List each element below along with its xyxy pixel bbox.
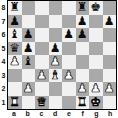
- square-c7[interactable]: [35, 15, 49, 29]
- square-e1[interactable]: [62, 96, 76, 110]
- square-a2[interactable]: [8, 82, 22, 96]
- black-pawn-d5: ♟: [50, 42, 61, 55]
- black-pawn-h7: ♟: [104, 15, 115, 28]
- white-pawn-a4: ♟: [9, 55, 20, 68]
- square-e6[interactable]: ♟: [62, 28, 76, 42]
- square-d8[interactable]: [49, 1, 63, 15]
- square-b4[interactable]: ♝: [22, 55, 36, 69]
- square-h3[interactable]: [103, 69, 117, 83]
- square-g7[interactable]: [89, 15, 103, 29]
- square-g3[interactable]: [89, 69, 103, 83]
- square-e7[interactable]: [62, 15, 76, 29]
- chess-diagram: 87654321 ♜♜♚♟♟♟♝♟♟♟♛♟♟♟♝♟♟♝♟♟♟♟♟♜♛♜♚ abc…: [0, 0, 118, 118]
- black-pawn-a7: ♟: [9, 15, 20, 28]
- black-rook-a8: ♜: [9, 1, 20, 14]
- file-label-h: h: [103, 110, 117, 118]
- black-pawn-e6: ♟: [63, 28, 74, 41]
- square-g4[interactable]: [89, 55, 103, 69]
- square-g8[interactable]: ♚: [89, 1, 103, 15]
- white-pawn-f2: ♟: [77, 82, 88, 95]
- square-g6[interactable]: [89, 28, 103, 42]
- square-a5[interactable]: ♛: [8, 42, 22, 56]
- square-h8[interactable]: [103, 1, 117, 15]
- square-h2[interactable]: ♟: [103, 82, 117, 96]
- rank-label-5: 5: [0, 42, 7, 56]
- rank-label-1: 1: [0, 96, 7, 110]
- square-b2[interactable]: ♟: [22, 82, 36, 96]
- white-rook-a1: ♜: [9, 96, 20, 109]
- rank-label-6: 6: [0, 28, 7, 42]
- square-h5[interactable]: [103, 42, 117, 56]
- file-label-e: e: [62, 110, 76, 118]
- rank-labels: 87654321: [0, 1, 7, 109]
- square-f8[interactable]: ♜: [76, 1, 90, 15]
- square-f1[interactable]: ♜: [76, 96, 90, 110]
- square-c2[interactable]: [35, 82, 49, 96]
- square-b1[interactable]: [22, 96, 36, 110]
- black-rook-f8: ♜: [77, 1, 88, 14]
- square-a7[interactable]: ♟: [8, 15, 22, 29]
- square-b6[interactable]: ♟: [22, 28, 36, 42]
- square-e3[interactable]: ♟: [62, 69, 76, 83]
- square-f2[interactable]: ♟: [76, 82, 90, 96]
- square-h6[interactable]: [103, 28, 117, 42]
- square-d6[interactable]: [49, 28, 63, 42]
- rank-label-3: 3: [0, 69, 7, 83]
- black-queen-a5: ♛: [9, 42, 20, 55]
- square-d3[interactable]: ♝: [49, 69, 63, 83]
- file-label-c: c: [35, 110, 49, 118]
- square-g5[interactable]: [89, 42, 103, 56]
- square-f4[interactable]: [76, 55, 90, 69]
- file-label-b: b: [21, 110, 35, 118]
- square-a6[interactable]: ♝: [8, 28, 22, 42]
- square-c4[interactable]: [35, 55, 49, 69]
- square-d7[interactable]: [49, 15, 63, 29]
- square-e8[interactable]: [62, 1, 76, 15]
- file-label-a: a: [7, 110, 21, 118]
- white-pawn-d4: ♟: [50, 55, 61, 68]
- white-rook-f1: ♜: [77, 96, 88, 109]
- black-pawn-f7: ♟: [77, 15, 88, 28]
- white-pawn-h2: ♟: [104, 82, 115, 95]
- square-a8[interactable]: ♜: [8, 1, 22, 15]
- square-a4[interactable]: ♟: [8, 55, 22, 69]
- black-bishop-a6: ♝: [9, 28, 20, 41]
- white-pawn-e3: ♟: [63, 69, 74, 82]
- file-label-f: f: [76, 110, 90, 118]
- white-pawn-g2: ♟: [90, 82, 101, 95]
- rank-label-2: 2: [0, 82, 7, 96]
- rank-label-4: 4: [0, 55, 7, 69]
- square-c5[interactable]: [35, 42, 49, 56]
- square-g1[interactable]: ♚: [89, 96, 103, 110]
- black-pawn-b5: ♟: [23, 42, 34, 55]
- square-b7[interactable]: [22, 15, 36, 29]
- square-e2[interactable]: [62, 82, 76, 96]
- file-label-d: d: [48, 110, 62, 118]
- square-f3[interactable]: [76, 69, 90, 83]
- square-g2[interactable]: ♟: [89, 82, 103, 96]
- square-h4[interactable]: [103, 55, 117, 69]
- white-pawn-c3: ♟: [36, 69, 47, 82]
- black-bishop-b4: ♝: [23, 55, 34, 68]
- black-king-g8: ♚: [90, 1, 101, 14]
- white-bishop-d3: ♝: [50, 69, 61, 82]
- square-b8[interactable]: [22, 1, 36, 15]
- square-b3[interactable]: [22, 69, 36, 83]
- square-c8[interactable]: [35, 1, 49, 15]
- square-f5[interactable]: [76, 42, 90, 56]
- square-d5[interactable]: ♟: [49, 42, 63, 56]
- file-labels: abcdefgh: [7, 110, 117, 118]
- square-d1[interactable]: [49, 96, 63, 110]
- white-king-g1: ♚: [90, 96, 101, 109]
- square-f7[interactable]: ♟: [76, 15, 90, 29]
- square-c6[interactable]: [35, 28, 49, 42]
- rank-label-7: 7: [0, 15, 7, 29]
- square-f6[interactable]: ♟: [76, 28, 90, 42]
- square-e4[interactable]: [62, 55, 76, 69]
- white-pawn-b2: ♟: [23, 82, 34, 95]
- square-a3[interactable]: [8, 69, 22, 83]
- square-d4[interactable]: ♟: [49, 55, 63, 69]
- square-c1[interactable]: ♛: [35, 96, 49, 110]
- square-a1[interactable]: ♜: [8, 96, 22, 110]
- square-c3[interactable]: ♟: [35, 69, 49, 83]
- square-e5[interactable]: [62, 42, 76, 56]
- black-pawn-f6: ♟: [77, 28, 88, 41]
- chess-board: ♜♜♚♟♟♟♝♟♟♟♛♟♟♟♝♟♟♝♟♟♟♟♟♜♛♜♚: [7, 0, 117, 110]
- square-h7[interactable]: ♟: [103, 15, 117, 29]
- square-h1[interactable]: [103, 96, 117, 110]
- square-b5[interactable]: ♟: [22, 42, 36, 56]
- black-pawn-b6: ♟: [23, 28, 34, 41]
- file-label-g: g: [90, 110, 104, 118]
- square-d2[interactable]: [49, 82, 63, 96]
- rank-label-8: 8: [0, 1, 7, 15]
- white-queen-c1: ♛: [36, 96, 47, 109]
